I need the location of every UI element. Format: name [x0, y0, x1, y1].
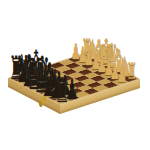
- piece-white-bishop-f1: ♝: [91, 36, 107, 68]
- piece-black-pawn-e7: ♟: [38, 62, 53, 90]
- piece-white-bishop-c1: ♝: [111, 46, 127, 78]
- pieces-layer: ♜♞♝♛♚♝♞♜♟♟♟♟♟♟♟♟♟♟♟♟♟♟♟♟♜♞♝♛♚♝♞♜: [0, 0, 150, 150]
- piece-white-pawn-g2: ♟: [77, 44, 88, 66]
- piece-black-knight-b8: ♞: [45, 66, 65, 105]
- piece-black-rook-h8: ♜: [8, 52, 25, 84]
- piece-white-queen-d1: ♛: [103, 39, 122, 75]
- piece-white-pawn-e2: ♟: [90, 51, 101, 73]
- piece-white-rook-h1: ♜: [80, 36, 92, 59]
- piece-white-knight-g1: ♞: [86, 36, 100, 64]
- piece-black-rook-a8: ♜: [53, 75, 70, 107]
- piece-white-king-e1: ♚: [96, 34, 116, 73]
- piece-white-pawn-c2: ♟: [103, 57, 114, 79]
- piece-black-king-e8: ♚: [22, 44, 50, 98]
- piece-white-pawn-b2: ♟: [110, 61, 121, 83]
- piece-black-pawn-h7: ♟: [19, 52, 34, 80]
- piece-white-pawn-h2: ♟: [71, 41, 82, 63]
- piece-white-pawn-f2: ♟: [84, 47, 95, 69]
- piece-black-pawn-g7: ♟: [25, 55, 40, 83]
- piece-black-queen-d8: ♛: [29, 50, 55, 100]
- piece-black-pawn-b7: ♟: [58, 72, 73, 100]
- chess-set-photo: ♜♞♝♛♚♝♞♜♟♟♟♟♟♟♟♟♟♟♟♟♟♟♟♟♜♞♝♛♚♝♞♜: [0, 0, 150, 150]
- piece-white-knight-b1: ♞: [118, 53, 132, 81]
- piece-white-pawn-a2: ♟: [116, 64, 127, 86]
- piece-black-pawn-d7: ♟: [45, 65, 60, 93]
- piece-black-pawn-c7: ♟: [51, 69, 66, 97]
- piece-white-pawn-d2: ♟: [97, 54, 108, 76]
- piece-black-knight-g8: ♞: [13, 50, 33, 89]
- piece-black-bishop-f8: ♝: [18, 49, 41, 93]
- piece-black-pawn-f7: ♟: [32, 59, 47, 87]
- piece-black-bishop-c8: ♝: [37, 59, 60, 103]
- piece-black-pawn-a7: ♟: [64, 76, 79, 104]
- piece-white-rook-a1: ♜: [126, 60, 138, 83]
